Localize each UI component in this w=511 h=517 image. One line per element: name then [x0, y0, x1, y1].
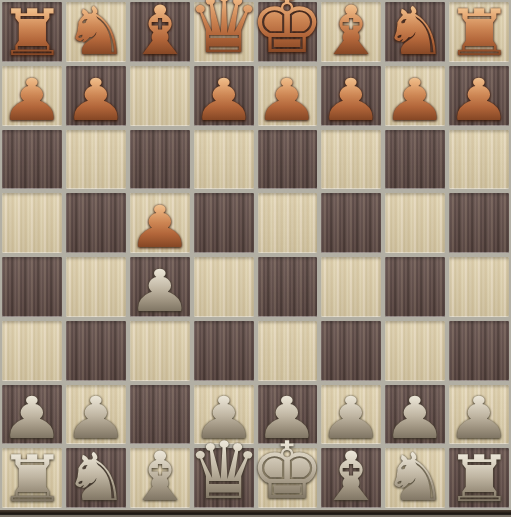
square-h1[interactable]: ♜ [447, 446, 511, 510]
chess-app-window: ♜♞♝♛♚♝♞♜♟♟♟♟♟♟♟♟♟♟♟♟♟♟♟♟♜♞♝♛♚♝♞♜ [0, 0, 511, 517]
square-f4[interactable] [319, 255, 383, 319]
square-d7[interactable]: ♟ [192, 64, 256, 128]
square-c5[interactable]: ♟ [128, 191, 192, 255]
square-c6[interactable] [128, 128, 192, 192]
square-e8[interactable]: ♚ [256, 0, 320, 64]
square-h3[interactable] [447, 319, 511, 383]
piece-black-knight[interactable]: ♞ [383, 0, 448, 65]
square-a8[interactable]: ♜ [0, 0, 64, 64]
square-g4[interactable] [383, 255, 447, 319]
piece-black-pawn[interactable]: ♟ [383, 71, 448, 129]
square-g3[interactable] [383, 319, 447, 383]
square-b7[interactable]: ♟ [64, 64, 128, 128]
square-b1[interactable]: ♞ [64, 446, 128, 510]
piece-black-pawn[interactable]: ♟ [319, 71, 384, 129]
square-g8[interactable]: ♞ [383, 0, 447, 64]
square-g1[interactable]: ♞ [383, 446, 447, 510]
piece-black-knight[interactable]: ♞ [63, 0, 128, 65]
piece-black-pawn[interactable]: ♟ [127, 198, 192, 256]
square-f8[interactable]: ♝ [319, 0, 383, 64]
square-f3[interactable] [319, 319, 383, 383]
piece-white-bishop[interactable]: ♝ [126, 443, 193, 510]
square-a7[interactable]: ♟ [0, 64, 64, 128]
square-b8[interactable]: ♞ [64, 0, 128, 64]
chess-board: ♜♞♝♛♚♝♞♜♟♟♟♟♟♟♟♟♟♟♟♟♟♟♟♟♜♞♝♛♚♝♞♜ [0, 0, 511, 510]
square-a5[interactable] [0, 191, 64, 255]
square-h2[interactable]: ♟ [447, 383, 511, 447]
piece-black-pawn[interactable]: ♟ [63, 71, 128, 129]
square-d5[interactable] [192, 191, 256, 255]
square-b2[interactable]: ♟ [64, 383, 128, 447]
square-c1[interactable]: ♝ [128, 446, 192, 510]
piece-white-knight[interactable]: ♞ [63, 445, 128, 510]
square-d4[interactable] [192, 255, 256, 319]
square-b3[interactable] [64, 319, 128, 383]
square-c4[interactable]: ♟ [128, 255, 192, 319]
square-g2[interactable]: ♟ [383, 383, 447, 447]
piece-black-pawn[interactable]: ♟ [0, 71, 64, 129]
square-g6[interactable] [383, 128, 447, 192]
piece-black-pawn[interactable]: ♟ [255, 71, 320, 129]
square-f1[interactable]: ♝ [319, 446, 383, 510]
square-f7[interactable]: ♟ [319, 64, 383, 128]
piece-white-pawn[interactable]: ♟ [447, 389, 511, 447]
square-e5[interactable] [256, 191, 320, 255]
square-h8[interactable]: ♜ [447, 0, 511, 64]
square-a3[interactable] [0, 319, 64, 383]
square-b4[interactable] [64, 255, 128, 319]
square-e1[interactable]: ♚ [256, 446, 320, 510]
square-d1[interactable]: ♛ [192, 446, 256, 510]
square-e7[interactable]: ♟ [256, 64, 320, 128]
square-e4[interactable] [256, 255, 320, 319]
square-e3[interactable] [256, 319, 320, 383]
piece-black-bishop[interactable]: ♝ [318, 0, 385, 65]
square-c3[interactable] [128, 319, 192, 383]
square-h4[interactable] [447, 255, 511, 319]
square-a6[interactable] [0, 128, 64, 192]
piece-white-pawn[interactable]: ♟ [127, 262, 192, 320]
square-h5[interactable] [447, 191, 511, 255]
square-d6[interactable] [192, 128, 256, 192]
square-a1[interactable]: ♜ [0, 446, 64, 510]
square-f5[interactable] [319, 191, 383, 255]
piece-white-pawn[interactable]: ♟ [0, 389, 64, 447]
piece-black-pawn[interactable]: ♟ [191, 71, 256, 129]
square-d3[interactable] [192, 319, 256, 383]
square-a2[interactable]: ♟ [0, 383, 64, 447]
square-h7[interactable]: ♟ [447, 64, 511, 128]
piece-black-rook[interactable]: ♜ [445, 1, 511, 65]
square-c8[interactable]: ♝ [128, 0, 192, 64]
piece-black-pawn[interactable]: ♟ [447, 71, 511, 129]
square-b5[interactable] [64, 191, 128, 255]
square-c7[interactable] [128, 64, 192, 128]
piece-white-bishop[interactable]: ♝ [318, 443, 385, 510]
square-b6[interactable] [64, 128, 128, 192]
piece-black-rook[interactable]: ♜ [0, 1, 66, 65]
square-e6[interactable] [256, 128, 320, 192]
piece-white-rook[interactable]: ♜ [0, 447, 66, 510]
piece-black-bishop[interactable]: ♝ [126, 0, 193, 65]
square-d8[interactable]: ♛ [192, 0, 256, 64]
piece-white-rook[interactable]: ♜ [445, 447, 511, 510]
square-g5[interactable] [383, 191, 447, 255]
square-g7[interactable]: ♟ [383, 64, 447, 128]
piece-black-king[interactable]: ♚ [250, 0, 325, 65]
piece-white-king[interactable]: ♚ [250, 432, 325, 510]
square-f6[interactable] [319, 128, 383, 192]
square-h6[interactable] [447, 128, 511, 192]
piece-white-knight[interactable]: ♞ [383, 445, 448, 510]
board-bottom-edge [0, 510, 511, 517]
square-a4[interactable] [0, 255, 64, 319]
